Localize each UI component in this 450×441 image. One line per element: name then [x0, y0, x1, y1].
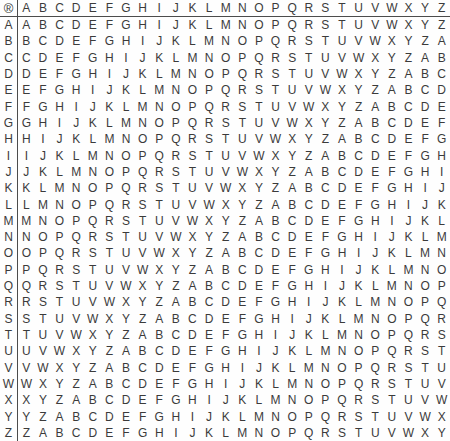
grid-cell: U [317, 50, 334, 66]
grid-cell: N [68, 180, 85, 196]
grid-cell: C [68, 425, 85, 441]
grid-cell: F [433, 115, 450, 131]
vigenere-table: ®ABCDEFGHIJKLMNOPQRSTUVWXYZAABCDEFGHIJKL… [0, 0, 450, 441]
grid-cell: Q [118, 180, 135, 196]
row-label-R: R [0, 294, 18, 310]
grid-cell: T [168, 180, 185, 196]
grid-cell: K [134, 66, 151, 82]
grid-cell: D [350, 164, 367, 180]
grid-cell: E [350, 180, 367, 196]
grid-cell: X [118, 294, 135, 310]
grid-cell: G [151, 408, 168, 424]
grid-cell: Z [134, 311, 151, 327]
grid-cell: H [201, 376, 218, 392]
grid-cell: I [317, 278, 334, 294]
grid-cell: J [35, 147, 52, 163]
grid-cell: L [384, 262, 401, 278]
grid-cell: T [68, 278, 85, 294]
grid-cell: N [300, 376, 317, 392]
grid-cell: G [18, 115, 35, 131]
grid-cell: A [284, 180, 301, 196]
grid-cell: W [217, 180, 234, 196]
grid-cell: X [350, 66, 367, 82]
grid-cell: S [384, 376, 401, 392]
grid-cell: K [334, 294, 351, 310]
grid-cell: Q [417, 311, 434, 327]
grid-cell: A [101, 359, 118, 375]
grid-cell: S [151, 180, 168, 196]
grid-cell: R [384, 359, 401, 375]
grid-cell: D [151, 359, 168, 375]
grid-cell: D [317, 196, 334, 212]
grid-cell: Z [68, 376, 85, 392]
grid-cell: T [101, 245, 118, 261]
row-label-W: W [0, 376, 18, 392]
grid-cell: G [184, 376, 201, 392]
grid-cell: O [201, 66, 218, 82]
grid-cell: M [51, 180, 68, 196]
grid-cell: E [400, 131, 417, 147]
grid-cell: O [134, 131, 151, 147]
grid-cell: O [334, 359, 351, 375]
grid-cell: V [350, 33, 367, 49]
grid-cell: T [18, 327, 35, 343]
grid-cell: W [51, 343, 68, 359]
grid-cell: A [300, 164, 317, 180]
grid-cell: N [234, 17, 251, 33]
row-label-M: M [0, 213, 18, 229]
grid-cell: Y [234, 196, 251, 212]
grid-cell: F [118, 425, 135, 441]
grid-cell: C [284, 213, 301, 229]
grid-cell: X [184, 229, 201, 245]
grid-cell: U [101, 262, 118, 278]
row-label-U: U [0, 343, 18, 359]
grid-cell: U [184, 180, 201, 196]
column-header-N: N [234, 0, 251, 17]
grid-cell: R [35, 278, 52, 294]
row-label-H: H [0, 131, 18, 147]
grid-cell: F [84, 33, 101, 49]
column-header-X: X [400, 0, 417, 17]
grid-cell: Q [251, 50, 268, 66]
grid-cell: U [234, 131, 251, 147]
grid-cell: Z [101, 343, 118, 359]
grid-cell: A [384, 82, 401, 98]
grid-cell: V [184, 196, 201, 212]
grid-cell: F [151, 392, 168, 408]
grid-cell: W [317, 82, 334, 98]
grid-cell: M [18, 213, 35, 229]
grid-cell: R [217, 99, 234, 115]
grid-cell: P [84, 196, 101, 212]
grid-cell: V [217, 164, 234, 180]
grid-cell: B [300, 180, 317, 196]
grid-cell: T [433, 343, 450, 359]
grid-cell: V [51, 327, 68, 343]
grid-cell: Z [284, 164, 301, 180]
grid-cell: X [201, 213, 218, 229]
grid-cell: M [384, 278, 401, 294]
grid-cell: H [300, 278, 317, 294]
grid-cell: Y [168, 262, 185, 278]
grid-cell: S [284, 50, 301, 66]
grid-cell: P [334, 376, 351, 392]
grid-cell: S [300, 33, 317, 49]
grid-cell: H [384, 196, 401, 212]
grid-cell: J [134, 50, 151, 66]
grid-cell: Y [350, 82, 367, 98]
grid-cell: Z [217, 229, 234, 245]
row-label-Q: Q [0, 278, 18, 294]
grid-cell: U [68, 294, 85, 310]
grid-cell: Q [101, 196, 118, 212]
grid-cell: Z [267, 180, 284, 196]
grid-cell: G [417, 147, 434, 163]
grid-cell: F [234, 311, 251, 327]
grid-cell: C [433, 66, 450, 82]
grid-cell: I [68, 99, 85, 115]
grid-cell: Y [433, 425, 450, 441]
grid-cell: A [234, 229, 251, 245]
grid-cell: N [51, 196, 68, 212]
grid-cell: D [118, 392, 135, 408]
grid-cell: M [151, 82, 168, 98]
grid-cell: A [201, 262, 218, 278]
grid-cell: K [151, 50, 168, 66]
grid-cell: X [300, 115, 317, 131]
grid-cell: B [350, 131, 367, 147]
grid-cell: S [101, 229, 118, 245]
column-header-H: H [134, 0, 151, 17]
grid-cell: C [251, 245, 268, 261]
grid-cell: Y [101, 327, 118, 343]
grid-cell: Y [300, 131, 317, 147]
grid-cell: G [234, 327, 251, 343]
grid-cell: K [84, 115, 101, 131]
grid-cell: O [350, 343, 367, 359]
grid-cell: G [35, 99, 52, 115]
grid-cell: D [284, 229, 301, 245]
grid-cell: A [134, 327, 151, 343]
grid-cell: B [400, 82, 417, 98]
grid-cell: O [184, 82, 201, 98]
grid-cell: T [367, 408, 384, 424]
grid-cell: A [84, 376, 101, 392]
grid-cell: T [84, 262, 101, 278]
grid-cell: U [350, 17, 367, 33]
grid-cell: Y [151, 278, 168, 294]
grid-cell: P [300, 408, 317, 424]
grid-cell: N [134, 115, 151, 131]
grid-cell: G [251, 311, 268, 327]
grid-cell: C [234, 262, 251, 278]
grid-cell: Y [400, 33, 417, 49]
grid-cell: R [400, 343, 417, 359]
grid-cell: K [400, 229, 417, 245]
grid-cell: Y [184, 245, 201, 261]
grid-cell: G [334, 229, 351, 245]
column-header-J: J [168, 0, 185, 17]
grid-cell: M [84, 147, 101, 163]
grid-cell: Z [151, 294, 168, 310]
grid-cell: G [400, 164, 417, 180]
grid-cell: F [184, 359, 201, 375]
grid-cell: A [168, 294, 185, 310]
grid-cell: X [433, 408, 450, 424]
grid-cell: P [367, 343, 384, 359]
grid-cell: U [367, 425, 384, 441]
grid-cell: X [384, 33, 401, 49]
grid-cell: S [84, 245, 101, 261]
grid-cell: W [334, 66, 351, 82]
grid-cell: V [18, 359, 35, 375]
grid-cell: W [184, 213, 201, 229]
grid-cell: E [384, 147, 401, 163]
grid-cell: O [18, 245, 35, 261]
grid-cell: B [251, 229, 268, 245]
grid-cell: B [84, 392, 101, 408]
grid-cell: U [433, 359, 450, 375]
column-header-D: D [68, 0, 85, 17]
grid-cell: Z [18, 425, 35, 441]
grid-cell: E [284, 245, 301, 261]
grid-cell: M [334, 327, 351, 343]
grid-cell: Z [201, 245, 218, 261]
grid-cell: P [217, 66, 234, 82]
grid-cell: C [400, 99, 417, 115]
grid-cell: K [384, 245, 401, 261]
grid-cell: U [151, 213, 168, 229]
grid-cell: B [417, 66, 434, 82]
grid-cell: H [35, 115, 52, 131]
column-header-B: B [35, 0, 52, 17]
grid-cell: V [300, 82, 317, 98]
grid-cell: O [168, 99, 185, 115]
grid-cell: V [84, 294, 101, 310]
grid-cell: J [168, 17, 185, 33]
column-header-S: S [317, 0, 334, 17]
grid-cell: X [151, 262, 168, 278]
grid-cell: F [217, 327, 234, 343]
grid-cell: M [134, 99, 151, 115]
grid-cell: X [217, 196, 234, 212]
grid-cell: T [417, 359, 434, 375]
grid-cell: J [201, 408, 218, 424]
grid-cell: D [168, 343, 185, 359]
grid-cell: K [68, 131, 85, 147]
grid-cell: M [267, 392, 284, 408]
grid-cell: J [367, 245, 384, 261]
grid-cell: D [300, 213, 317, 229]
grid-cell: O [284, 408, 301, 424]
grid-cell: O [84, 180, 101, 196]
grid-cell: P [68, 213, 85, 229]
row-label-E: E [0, 82, 18, 98]
grid-cell: K [267, 359, 284, 375]
grid-cell: H [118, 33, 135, 49]
grid-cell: R [134, 180, 151, 196]
grid-cell: X [35, 376, 52, 392]
grid-cell: G [367, 196, 384, 212]
grid-cell: U [251, 115, 268, 131]
grid-cell: Z [384, 66, 401, 82]
grid-cell: R [300, 17, 317, 33]
column-header-P: P [267, 0, 284, 17]
grid-cell: Q [134, 164, 151, 180]
column-header-E: E [84, 0, 101, 17]
grid-cell: R [367, 376, 384, 392]
grid-cell: K [201, 425, 218, 441]
grid-cell: Z [184, 262, 201, 278]
grid-cell: E [251, 278, 268, 294]
grid-cell: R [317, 425, 334, 441]
column-header-I: I [151, 0, 168, 17]
grid-cell: N [417, 262, 434, 278]
row-label-B: B [0, 33, 18, 49]
grid-cell: I [184, 408, 201, 424]
grid-cell: W [284, 115, 301, 131]
grid-cell: U [217, 147, 234, 163]
grid-cell: U [267, 99, 284, 115]
grid-cell: L [400, 245, 417, 261]
grid-cell: Q [35, 262, 52, 278]
grid-cell: X [367, 50, 384, 66]
grid-cell: B [35, 17, 52, 33]
grid-cell: G [433, 131, 450, 147]
grid-cell: L [334, 311, 351, 327]
grid-cell: Z [433, 17, 450, 33]
grid-cell: S [251, 82, 268, 98]
row-label-F: F [0, 99, 18, 115]
grid-cell: J [417, 196, 434, 212]
grid-cell: Q [350, 376, 367, 392]
grid-cell: V [284, 99, 301, 115]
grid-cell: H [433, 147, 450, 163]
grid-cell: J [433, 180, 450, 196]
grid-cell: P [18, 262, 35, 278]
grid-cell: C [35, 33, 52, 49]
grid-cell: F [51, 66, 68, 82]
grid-cell: R [84, 229, 101, 245]
grid-cell: L [134, 82, 151, 98]
grid-cell: Z [168, 278, 185, 294]
grid-cell: U [118, 245, 135, 261]
grid-cell: W [400, 425, 417, 441]
grid-cell: J [350, 262, 367, 278]
grid-cell: M [350, 311, 367, 327]
grid-cell: S [417, 343, 434, 359]
column-header-R: R [300, 0, 317, 17]
grid-cell: F [18, 99, 35, 115]
row-label-J: J [0, 164, 18, 180]
column-header-G: G [118, 0, 135, 17]
grid-cell: I [101, 66, 118, 82]
grid-cell: O [251, 17, 268, 33]
grid-cell: O [118, 147, 135, 163]
column-header-Z: Z [433, 0, 450, 17]
grid-cell: R [433, 311, 450, 327]
grid-cell: X [317, 99, 334, 115]
grid-cell: L [284, 359, 301, 375]
grid-cell: H [317, 262, 334, 278]
grid-cell: D [251, 262, 268, 278]
column-header-U: U [350, 0, 367, 17]
grid-cell: U [84, 278, 101, 294]
grid-cell: E [101, 425, 118, 441]
grid-cell: K [18, 180, 35, 196]
grid-cell: E [217, 311, 234, 327]
grid-cell: C [101, 392, 118, 408]
row-label-T: T [0, 327, 18, 343]
grid-cell: X [134, 278, 151, 294]
grid-cell: B [201, 278, 218, 294]
grid-cell: I [284, 311, 301, 327]
grid-cell: I [350, 245, 367, 261]
grid-cell: K [350, 278, 367, 294]
grid-cell: A [433, 33, 450, 49]
grid-cell: J [384, 229, 401, 245]
grid-cell: M [68, 164, 85, 180]
row-label-C: C [0, 50, 18, 66]
grid-cell: M [433, 229, 450, 245]
grid-cell: Q [334, 392, 351, 408]
grid-cell: X [68, 343, 85, 359]
row-label-L: L [0, 196, 18, 212]
grid-cell: J [68, 115, 85, 131]
grid-cell: Q [400, 327, 417, 343]
grid-cell: D [184, 327, 201, 343]
grid-cell: A [367, 99, 384, 115]
grid-cell: N [284, 392, 301, 408]
grid-cell: B [168, 311, 185, 327]
grid-cell: C [384, 115, 401, 131]
grid-cell: L [201, 17, 218, 33]
grid-cell: G [384, 180, 401, 196]
grid-cell: H [84, 66, 101, 82]
grid-cell: W [84, 311, 101, 327]
grid-cell: P [35, 245, 52, 261]
grid-cell: E [68, 33, 85, 49]
grid-cell: D [417, 99, 434, 115]
grid-cell: T [201, 147, 218, 163]
grid-cell: N [400, 278, 417, 294]
grid-cell: W [367, 33, 384, 49]
grid-cell: W [35, 359, 52, 375]
grid-cell: L [184, 33, 201, 49]
grid-cell: U [300, 66, 317, 82]
grid-cell: J [51, 131, 68, 147]
grid-cell: M [101, 131, 118, 147]
grid-cell: V [433, 376, 450, 392]
grid-cell: A [217, 245, 234, 261]
grid-cell: S [35, 294, 52, 310]
grid-cell: R [18, 294, 35, 310]
grid-cell: L [433, 213, 450, 229]
grid-cell: X [168, 245, 185, 261]
grid-cell: U [201, 164, 218, 180]
grid-cell: Z [350, 99, 367, 115]
grid-cell: N [101, 147, 118, 163]
grid-cell: U [168, 196, 185, 212]
grid-cell: K [217, 408, 234, 424]
grid-cell: T [251, 99, 268, 115]
row-label-Z: Z [0, 425, 18, 441]
grid-cell: K [251, 376, 268, 392]
grid-cell: C [18, 50, 35, 66]
grid-cell: I [217, 376, 234, 392]
grid-cell: M [234, 425, 251, 441]
